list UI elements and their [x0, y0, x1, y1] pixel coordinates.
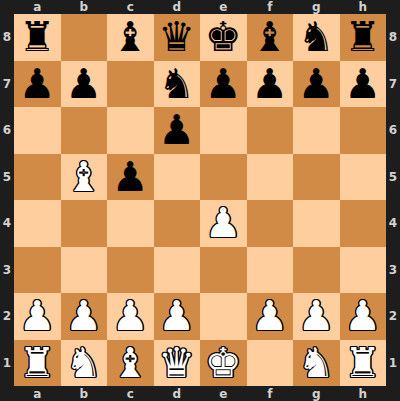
square-g5[interactable]	[293, 154, 340, 201]
square-c3[interactable]	[107, 247, 154, 294]
rank-label-1-right: 1	[386, 340, 400, 387]
rank-label-2-left: 2	[0, 293, 14, 340]
square-e6[interactable]	[200, 107, 247, 154]
rank-label-4-right: 4	[386, 200, 400, 247]
piece-white-pawn[interactable]: ♟	[112, 293, 149, 340]
piece-black-pawn[interactable]: ♟	[19, 61, 56, 108]
square-f4[interactable]	[247, 200, 294, 247]
square-c2[interactable]: ♟	[107, 293, 154, 340]
piece-black-pawn[interactable]: ♟	[158, 107, 195, 154]
square-e5[interactable]	[200, 154, 247, 201]
board-grid: abcdefgh8♜♝♛♚♝♞♜87♟♟♞♟♟♟♟76♟65♝♟54♟4332♟…	[0, 0, 400, 401]
square-c8[interactable]: ♝	[107, 14, 154, 61]
square-c7[interactable]	[107, 61, 154, 108]
file-label-a-bottom: a	[14, 386, 61, 401]
rank-label-7-left: 7	[0, 61, 14, 108]
square-d3[interactable]	[154, 247, 201, 294]
piece-white-pawn[interactable]: ♟	[344, 293, 381, 340]
square-f1[interactable]	[247, 340, 294, 387]
rank-label-3-right: 3	[386, 247, 400, 294]
piece-white-rook[interactable]: ♜	[19, 340, 56, 387]
piece-black-pawn[interactable]: ♟	[205, 61, 242, 108]
file-label-h-bottom: h	[340, 386, 387, 401]
file-label-d-bottom: d	[154, 386, 201, 401]
piece-black-king[interactable]: ♚	[205, 14, 242, 61]
piece-black-pawn[interactable]: ♟	[344, 61, 381, 108]
rank-label-5-right: 5	[386, 154, 400, 201]
square-f8[interactable]: ♝	[247, 14, 294, 61]
piece-white-pawn[interactable]: ♟	[205, 200, 242, 247]
square-a2[interactable]: ♟	[14, 293, 61, 340]
square-h7[interactable]: ♟	[340, 61, 387, 108]
square-f2[interactable]: ♟	[247, 293, 294, 340]
square-c4[interactable]	[107, 200, 154, 247]
square-b1[interactable]: ♞	[61, 340, 108, 387]
piece-white-pawn[interactable]: ♟	[298, 293, 335, 340]
square-h8[interactable]: ♜	[340, 14, 387, 61]
file-label-e-top: e	[200, 0, 247, 14]
piece-white-bishop[interactable]: ♝	[112, 340, 149, 387]
rank-label-3-left: 3	[0, 247, 14, 294]
piece-black-knight[interactable]: ♞	[158, 61, 195, 108]
square-g3[interactable]	[293, 247, 340, 294]
board-corner	[0, 386, 14, 401]
file-label-g-bottom: g	[293, 386, 340, 401]
file-label-c-top: c	[107, 0, 154, 14]
square-f5[interactable]	[247, 154, 294, 201]
piece-white-knight[interactable]: ♞	[65, 340, 102, 387]
square-c1[interactable]: ♝	[107, 340, 154, 387]
piece-black-rook[interactable]: ♜	[344, 14, 381, 61]
file-label-f-bottom: f	[247, 386, 294, 401]
piece-white-king[interactable]: ♚	[205, 340, 242, 387]
file-label-a-top: a	[14, 0, 61, 14]
piece-white-pawn[interactable]: ♟	[19, 293, 56, 340]
square-b4[interactable]	[61, 200, 108, 247]
square-g7[interactable]: ♟	[293, 61, 340, 108]
square-b7[interactable]: ♟	[61, 61, 108, 108]
square-f6[interactable]	[247, 107, 294, 154]
square-d6[interactable]: ♟	[154, 107, 201, 154]
square-b6[interactable]	[61, 107, 108, 154]
piece-black-queen[interactable]: ♛	[158, 14, 195, 61]
square-c6[interactable]	[107, 107, 154, 154]
rank-label-5-left: 5	[0, 154, 14, 201]
rank-label-8-right: 8	[386, 14, 400, 61]
square-a5[interactable]	[14, 154, 61, 201]
square-g8[interactable]: ♞	[293, 14, 340, 61]
square-h2[interactable]: ♟	[340, 293, 387, 340]
square-e4[interactable]: ♟	[200, 200, 247, 247]
square-a7[interactable]: ♟	[14, 61, 61, 108]
square-g1[interactable]: ♞	[293, 340, 340, 387]
piece-white-bishop[interactable]: ♝	[65, 154, 102, 201]
square-a3[interactable]	[14, 247, 61, 294]
square-e3[interactable]	[200, 247, 247, 294]
piece-black-bishop[interactable]: ♝	[112, 14, 149, 61]
board-corner	[0, 0, 14, 14]
file-label-b-top: b	[61, 0, 108, 14]
rank-label-6-left: 6	[0, 107, 14, 154]
piece-white-pawn[interactable]: ♟	[251, 293, 288, 340]
square-h1[interactable]: ♜	[340, 340, 387, 387]
piece-black-rook[interactable]: ♜	[19, 14, 56, 61]
rank-label-6-right: 6	[386, 107, 400, 154]
file-label-h-top: h	[340, 0, 387, 14]
piece-black-pawn[interactable]: ♟	[65, 61, 102, 108]
file-label-b-bottom: b	[61, 386, 108, 401]
square-d5[interactable]	[154, 154, 201, 201]
piece-black-pawn[interactable]: ♟	[251, 61, 288, 108]
board-corner	[386, 0, 400, 14]
piece-white-queen[interactable]: ♛	[158, 340, 195, 387]
rank-label-2-right: 2	[386, 293, 400, 340]
square-g4[interactable]	[293, 200, 340, 247]
square-d4[interactable]	[154, 200, 201, 247]
file-label-f-top: f	[247, 0, 294, 14]
piece-white-pawn[interactable]: ♟	[158, 293, 195, 340]
square-b2[interactable]: ♟	[61, 293, 108, 340]
square-b8[interactable]	[61, 14, 108, 61]
square-a4[interactable]	[14, 200, 61, 247]
file-label-g-top: g	[293, 0, 340, 14]
square-e2[interactable]	[200, 293, 247, 340]
rank-label-4-left: 4	[0, 200, 14, 247]
square-g2[interactable]: ♟	[293, 293, 340, 340]
rank-label-7-right: 7	[386, 61, 400, 108]
square-h6[interactable]	[340, 107, 387, 154]
square-h4[interactable]	[340, 200, 387, 247]
rank-label-8-left: 8	[0, 14, 14, 61]
square-f3[interactable]	[247, 247, 294, 294]
piece-black-bishop[interactable]: ♝	[251, 14, 288, 61]
square-d1[interactable]: ♛	[154, 340, 201, 387]
square-a6[interactable]	[14, 107, 61, 154]
chess-board: abcdefgh8♜♝♛♚♝♞♜87♟♟♞♟♟♟♟76♟65♝♟54♟4332♟…	[0, 0, 400, 401]
piece-white-rook[interactable]: ♜	[344, 340, 381, 387]
board-corner	[386, 386, 400, 401]
square-e7[interactable]: ♟	[200, 61, 247, 108]
piece-black-pawn[interactable]: ♟	[112, 154, 149, 201]
square-c5[interactable]: ♟	[107, 154, 154, 201]
square-e8[interactable]: ♚	[200, 14, 247, 61]
square-a1[interactable]: ♜	[14, 340, 61, 387]
square-d2[interactable]: ♟	[154, 293, 201, 340]
square-e1[interactable]: ♚	[200, 340, 247, 387]
piece-white-knight[interactable]: ♞	[298, 340, 335, 387]
square-g6[interactable]	[293, 107, 340, 154]
file-label-d-top: d	[154, 0, 201, 14]
file-label-c-bottom: c	[107, 386, 154, 401]
square-h5[interactable]	[340, 154, 387, 201]
piece-white-pawn[interactable]: ♟	[65, 293, 102, 340]
piece-black-knight[interactable]: ♞	[298, 14, 335, 61]
square-a8[interactable]: ♜	[14, 14, 61, 61]
square-b3[interactable]	[61, 247, 108, 294]
file-label-e-bottom: e	[200, 386, 247, 401]
rank-label-1-left: 1	[0, 340, 14, 387]
square-d8[interactable]: ♛	[154, 14, 201, 61]
square-d7[interactable]: ♞	[154, 61, 201, 108]
square-b5[interactable]: ♝	[61, 154, 108, 201]
square-f7[interactable]: ♟	[247, 61, 294, 108]
piece-black-pawn[interactable]: ♟	[298, 61, 335, 108]
square-h3[interactable]	[340, 247, 387, 294]
